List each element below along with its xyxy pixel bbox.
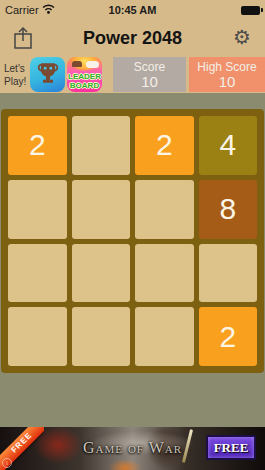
- ad-banner[interactable]: Game of War FREE FREE i: [0, 427, 265, 470]
- app-screen: Carrier 10:45 AM Power 2048 ⚙ Let's Play…: [0, 0, 265, 470]
- battery-icon: [241, 6, 260, 15]
- nav-bar: Power 2048 ⚙: [0, 20, 265, 57]
- game-area: 22482: [0, 93, 265, 427]
- tile-4-r1c4: 4: [199, 116, 258, 175]
- empty-cell-r4c3: [135, 307, 194, 366]
- empty-cell-r2c3: [135, 180, 194, 239]
- leaderboard-trophy-icon: [72, 61, 82, 67]
- high-score-box: High Score 10: [189, 57, 265, 92]
- high-score-value: 10: [189, 74, 265, 90]
- tile-2-r1c1: 2: [8, 116, 67, 175]
- trophy-icon: [35, 60, 61, 90]
- empty-cell-r3c3: [135, 244, 194, 303]
- empty-cell-r3c4: [199, 244, 258, 303]
- empty-cell-r2c2: [72, 180, 131, 239]
- lets-play-line1: Let's: [4, 63, 26, 76]
- tile-2-r1c3: 2: [135, 116, 194, 175]
- score-value: 10: [113, 74, 186, 90]
- empty-cell-r1c2: [72, 116, 131, 175]
- score-label: Score: [113, 60, 186, 74]
- settings-gear-icon[interactable]: ⚙: [231, 25, 253, 49]
- tile-8-r2c4: 8: [199, 180, 258, 239]
- leaderboard-line2: BOARD: [67, 81, 102, 90]
- empty-cell-r3c1: [8, 244, 67, 303]
- leaderboard-line1: LEADER: [67, 72, 102, 81]
- game-center-trophy-button[interactable]: [30, 57, 65, 92]
- leaderboard-button[interactable]: LEADER BOARD: [67, 57, 102, 92]
- ad-info-icon[interactable]: i: [2, 458, 12, 468]
- score-box: Score 10: [113, 57, 186, 92]
- status-bar: Carrier 10:45 AM: [0, 0, 265, 20]
- empty-cell-r4c1: [8, 307, 67, 366]
- lets-play-line2: Play!: [4, 76, 26, 89]
- empty-cell-r4c2: [72, 307, 131, 366]
- tile-2-r4c4: 2: [199, 307, 258, 366]
- board[interactable]: 22482: [1, 109, 264, 373]
- page-title: Power 2048: [0, 28, 265, 49]
- lets-play-label: Let's Play!: [4, 63, 26, 88]
- empty-cell-r2c1: [8, 180, 67, 239]
- high-score-label: High Score: [189, 60, 265, 74]
- empty-cell-r3c2: [72, 244, 131, 303]
- toolbar: Let's Play! LEADER BOARD Sco: [0, 57, 265, 93]
- ad-free-button[interactable]: FREE: [206, 435, 256, 460]
- clock: 10:45 AM: [0, 4, 265, 16]
- leaderboard-label: LEADER BOARD: [67, 72, 102, 90]
- leaderboard-flag-icon: [86, 61, 99, 68]
